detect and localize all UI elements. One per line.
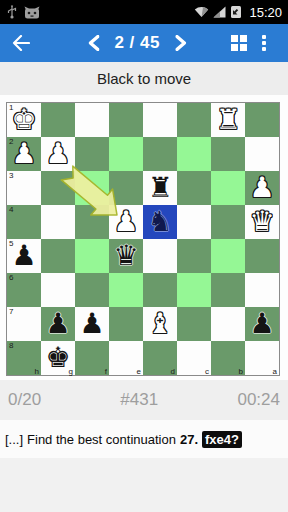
chess-board: ♚1♜♟2♟3♜♟4♟♞♛♟5♛67♟♟♝♟8h♚gfedcba — [6, 102, 280, 376]
rank-label-1: 1 — [9, 103, 13, 112]
instruction-line: [...] Find the best continuation 27. fxe… — [0, 420, 288, 458]
square-g2[interactable]: ♟ — [41, 137, 75, 171]
prev-puzzle-button chevron-left-icon[interactable] — [88, 35, 99, 51]
square-f8[interactable]: f — [75, 341, 109, 375]
cell-signal-icon — [213, 6, 226, 18]
rank-label-7: 7 — [9, 307, 13, 316]
score-counter: 0/20 — [8, 390, 41, 410]
square-g8[interactable]: ♚g — [41, 341, 75, 375]
puzzle-list-button grid-icon[interactable] — [231, 35, 247, 51]
back-button[interactable] — [10, 33, 32, 53]
status-icons-left — [0, 5, 194, 19]
square-d5[interactable] — [143, 239, 177, 273]
piece-bQ-e5: ♛ — [109, 239, 143, 273]
square-f7[interactable]: ♟ — [75, 307, 109, 341]
square-a7[interactable]: ♟ — [245, 307, 279, 341]
piece-bP-g7: ♟ — [41, 307, 75, 341]
turn-banner-text: Black to move — [97, 70, 191, 87]
status-bar: 15:20 — [0, 0, 288, 24]
square-h4[interactable]: 4 — [7, 205, 41, 239]
move-number: 27. — [180, 432, 198, 447]
square-d2[interactable] — [143, 137, 177, 171]
app-bar-actions — [231, 24, 266, 62]
square-b6[interactable] — [211, 273, 245, 307]
square-g3[interactable] — [41, 171, 75, 205]
square-g7[interactable]: ♟ — [41, 307, 75, 341]
piece-bP-f7: ♟ — [75, 307, 109, 341]
square-h7[interactable]: 7 — [7, 307, 41, 341]
square-c3[interactable] — [177, 171, 211, 205]
square-f3[interactable] — [75, 171, 109, 205]
square-c5[interactable] — [177, 239, 211, 273]
board-area: ♚1♜♟2♟3♜♟4♟♞♛♟5♛67♟♟♝♟8h♚gfedcba — [0, 95, 288, 380]
square-a4[interactable]: ♛ — [245, 205, 279, 239]
square-c6[interactable] — [177, 273, 211, 307]
app-screen: 15:20 2 / 45 Black t — [0, 0, 288, 512]
square-c1[interactable] — [177, 103, 211, 137]
square-b4[interactable] — [211, 205, 245, 239]
square-b5[interactable] — [211, 239, 245, 273]
square-g4[interactable] — [41, 205, 75, 239]
rank-label-2: 2 — [9, 137, 13, 146]
piece-wP-g2: ♟ — [41, 137, 75, 171]
square-a6[interactable] — [245, 273, 279, 307]
instruction-prefix: [...] — [5, 432, 23, 447]
square-b8[interactable]: b — [211, 341, 245, 375]
square-f5[interactable] — [75, 239, 109, 273]
square-h2[interactable]: ♟2 — [7, 137, 41, 171]
file-label-c: c — [205, 367, 209, 376]
square-h5[interactable]: ♟5 — [7, 239, 41, 273]
piece-wP-e4: ♟ — [109, 205, 143, 239]
square-e6[interactable] — [109, 273, 143, 307]
file-label-a: a — [273, 367, 277, 376]
square-e4[interactable]: ♟ — [109, 205, 143, 239]
file-label-e: e — [137, 367, 141, 376]
piece-wQ-a4: ♛ — [245, 205, 279, 239]
square-e7[interactable] — [109, 307, 143, 341]
piece-bN-d4: ♞ — [143, 205, 177, 239]
puzzle-id: #431 — [120, 390, 158, 410]
square-d4[interactable]: ♞ — [143, 205, 177, 239]
file-label-h: h — [35, 367, 39, 376]
usb-icon — [7, 5, 17, 19]
status-icons-right: 15:20 — [194, 5, 288, 20]
rank-label-8: 8 — [9, 341, 13, 350]
square-a8[interactable]: a — [245, 341, 279, 375]
file-label-f: f — [105, 367, 107, 376]
rank-label-4: 4 — [9, 205, 13, 214]
square-a5[interactable] — [245, 239, 279, 273]
clock-time: 15:20 — [249, 5, 282, 20]
square-c2[interactable] — [177, 137, 211, 171]
square-g5[interactable] — [41, 239, 75, 273]
puzzle-navigator: 2 / 45 — [88, 24, 186, 62]
piece-bP-a7: ♟ — [245, 307, 279, 341]
puzzle-counter: 2 / 45 — [114, 33, 160, 53]
back-arrow-icon — [12, 35, 30, 51]
square-b7[interactable] — [211, 307, 245, 341]
next-puzzle-button chevron-right-icon[interactable] — [175, 35, 186, 51]
turn-banner: Black to move — [0, 62, 288, 96]
piece-wR-b1: ♜ — [211, 103, 245, 137]
score-bar: 0/20 #431 00:24 — [0, 380, 288, 420]
empty-footer — [0, 458, 288, 512]
timer: 00:24 — [237, 390, 280, 410]
file-label-b: b — [239, 367, 243, 376]
file-label-d: d — [171, 367, 175, 376]
rank-label-3: 3 — [9, 171, 13, 180]
square-e5[interactable]: ♛ — [109, 239, 143, 273]
square-e3[interactable] — [109, 171, 143, 205]
square-h1[interactable]: ♚1 — [7, 103, 41, 137]
square-h3[interactable]: 3 — [7, 171, 41, 205]
square-g6[interactable] — [41, 273, 75, 307]
last-move-chip: fxe4? — [202, 431, 242, 448]
square-f1[interactable] — [75, 103, 109, 137]
square-a1[interactable] — [245, 103, 279, 137]
file-label-g: g — [69, 367, 73, 376]
square-h6[interactable]: 6 — [7, 273, 41, 307]
square-h8[interactable]: 8h — [7, 341, 41, 375]
square-f6[interactable] — [75, 273, 109, 307]
square-b1[interactable]: ♜ — [211, 103, 245, 137]
square-a2[interactable] — [245, 137, 279, 171]
piece-wB-d7: ♝ — [143, 307, 177, 341]
screenshot-icon — [230, 5, 242, 19]
square-d3[interactable]: ♜ — [143, 171, 177, 205]
square-d6[interactable] — [143, 273, 177, 307]
piece-bR-d3: ♜ — [143, 171, 177, 205]
square-f4[interactable] — [75, 205, 109, 239]
instruction-text: Find the best continuation — [27, 432, 176, 447]
app-bar: 2 / 45 — [0, 24, 288, 62]
rank-label-5: 5 — [9, 239, 13, 248]
square-c7[interactable] — [177, 307, 211, 341]
square-e1[interactable] — [109, 103, 143, 137]
wifi-icon — [194, 6, 209, 18]
square-e8[interactable]: e — [109, 341, 143, 375]
square-c8[interactable]: c — [177, 341, 211, 375]
board-grid: ♚1♜♟2♟3♜♟4♟♞♛♟5♛67♟♟♝♟8h♚gfedcba — [7, 103, 279, 375]
square-b2[interactable] — [211, 137, 245, 171]
square-d7[interactable]: ♝ — [143, 307, 177, 341]
square-f2[interactable] — [75, 137, 109, 171]
overflow-menu-button kebab-menu-icon[interactable] — [262, 35, 266, 51]
square-c4[interactable] — [177, 205, 211, 239]
rank-label-6: 6 — [9, 273, 13, 282]
square-a3[interactable]: ♟ — [245, 171, 279, 205]
square-d1[interactable] — [143, 103, 177, 137]
square-g1[interactable] — [41, 103, 75, 137]
square-d8[interactable]: d — [143, 341, 177, 375]
piece-wP-a3: ♟ — [245, 171, 279, 205]
square-e2[interactable] — [109, 137, 143, 171]
cyanogenmod-icon — [24, 6, 40, 19]
square-b3[interactable] — [211, 171, 245, 205]
